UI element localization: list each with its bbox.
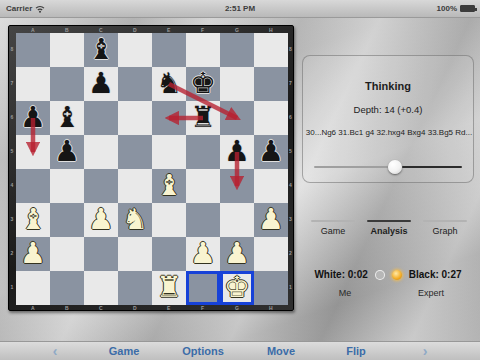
square-a2[interactable]: ♟ — [16, 237, 50, 271]
square-d3[interactable]: ♞ — [118, 203, 152, 237]
square-h8[interactable] — [254, 33, 288, 67]
battery-percent: 100% — [437, 4, 457, 13]
coord-rank-right-6: 6 — [289, 114, 292, 120]
square-b2[interactable] — [50, 237, 84, 271]
piece-white-pawn-h3[interactable]: ♟ — [254, 203, 288, 237]
square-d5[interactable] — [118, 135, 152, 169]
coord-file-top-D: D — [133, 27, 137, 33]
coord-rank-right-4: 4 — [289, 182, 292, 188]
piece-white-knight-d3[interactable]: ♞ — [118, 203, 152, 237]
square-e4[interactable]: ♝ — [152, 169, 186, 203]
square-d2[interactable] — [118, 237, 152, 271]
tab-graph[interactable]: Graph — [417, 220, 473, 236]
piece-black-knight-e7[interactable]: ♞ — [152, 67, 186, 101]
coord-file-bottom-D: D — [133, 305, 137, 311]
square-e8[interactable] — [152, 33, 186, 67]
coord-rank-right-2: 2 — [289, 250, 292, 256]
piece-black-pawn-h5[interactable]: ♟ — [254, 135, 288, 169]
tab-analysis-indicator — [367, 220, 411, 222]
thinking-title: Thinking — [303, 80, 473, 92]
piece-black-pawn-g5[interactable]: ♟ — [220, 135, 254, 169]
square-f5[interactable] — [186, 135, 220, 169]
coord-rank-left-5: 5 — [11, 148, 14, 154]
battery-icon — [460, 5, 475, 12]
square-h7[interactable] — [254, 67, 288, 101]
slider-thumb[interactable] — [388, 160, 402, 174]
tab-game[interactable]: Game — [305, 220, 361, 236]
coord-rank-left-4: 4 — [11, 182, 14, 188]
tab-graph-label: Graph — [417, 226, 473, 236]
square-c7[interactable]: ♟ — [84, 67, 118, 101]
square-e3[interactable] — [152, 203, 186, 237]
square-h3[interactable]: ♟ — [254, 203, 288, 237]
players-row: Me Expert — [302, 288, 474, 298]
square-c4[interactable] — [84, 169, 118, 203]
tab-game-indicator — [311, 220, 355, 222]
coord-rank-left-7: 7 — [11, 80, 14, 86]
black-player-name: Expert — [388, 288, 474, 298]
black-turn-lamp-icon — [392, 270, 402, 280]
piece-black-bishop-b6[interactable]: ♝ — [50, 101, 84, 135]
square-a8[interactable] — [16, 33, 50, 67]
coord-rank-left-6: 6 — [11, 114, 14, 120]
panel-tabs: Game Analysis Graph — [305, 220, 473, 236]
coord-rank-right-1: 1 — [289, 284, 292, 290]
coord-rank-right-3: 3 — [289, 216, 292, 222]
square-g8[interactable] — [220, 33, 254, 67]
square-d6[interactable] — [118, 101, 152, 135]
piece-black-pawn-c7[interactable]: ♟ — [84, 67, 118, 101]
square-d7[interactable] — [118, 67, 152, 101]
engine-depth-eval: Depth: 14 (+0.4) — [303, 104, 473, 115]
game-button[interactable]: Game — [109, 345, 140, 357]
square-b6[interactable]: ♝ — [50, 101, 84, 135]
square-a4[interactable] — [16, 169, 50, 203]
bottom-toolbar: ‹ Game Options Move Flip › — [0, 341, 480, 360]
status-bar: Carrier 2:51 PM 100% — [0, 0, 480, 18]
square-b1[interactable] — [50, 271, 84, 305]
square-a5[interactable] — [16, 135, 50, 169]
white-turn-lamp-icon — [375, 270, 385, 280]
square-b4[interactable] — [50, 169, 84, 203]
coord-file-bottom-A: A — [31, 305, 35, 311]
coord-rank-right-5: 5 — [289, 148, 292, 154]
coord-file-bottom-F: F — [201, 305, 204, 311]
chess-board: ♝♟♞♚♟♝♜♟♟♟♝♝♟♞♟♟♟♟♜♚ ABCDEFGHABCDEFGH876… — [8, 25, 294, 311]
square-b8[interactable] — [50, 33, 84, 67]
square-a6[interactable]: ♟ — [16, 101, 50, 135]
square-g1[interactable]: ♚ — [220, 271, 254, 305]
piece-black-pawn-b5[interactable]: ♟ — [50, 135, 84, 169]
square-h1[interactable] — [254, 271, 288, 305]
square-h4[interactable] — [254, 169, 288, 203]
coord-file-bottom-G: G — [235, 305, 239, 311]
coord-file-bottom-E: E — [167, 305, 170, 311]
coord-rank-left-2: 2 — [11, 250, 14, 256]
square-g3[interactable] — [220, 203, 254, 237]
tab-analysis-label: Analysis — [361, 226, 417, 236]
square-e7[interactable]: ♞ — [152, 67, 186, 101]
board-grid: ♝♟♞♚♟♝♜♟♟♟♝♝♟♞♟♟♟♟♜♚ — [16, 33, 288, 305]
square-g2[interactable]: ♟ — [220, 237, 254, 271]
square-c6[interactable] — [84, 101, 118, 135]
coord-file-bottom-H: H — [269, 305, 273, 311]
coord-rank-left-3: 3 — [11, 216, 14, 222]
square-d8[interactable] — [118, 33, 152, 67]
slider-track-left[interactable] — [314, 166, 388, 168]
square-d1[interactable] — [118, 271, 152, 305]
white-player-name: Me — [302, 288, 388, 298]
piece-white-king-g1[interactable]: ♚ — [220, 271, 254, 305]
square-a1[interactable] — [16, 271, 50, 305]
coord-rank-right-7: 7 — [289, 80, 292, 86]
prev-chevron-icon[interactable]: ‹ — [53, 343, 58, 359]
coord-file-top-C: C — [99, 27, 103, 33]
coord-file-top-A: A — [31, 27, 35, 33]
clock-time: 2:51 PM — [0, 4, 480, 13]
piece-white-rook-e1[interactable]: ♜ — [152, 271, 186, 305]
square-e6[interactable] — [152, 101, 186, 135]
coord-rank-left-1: 1 — [11, 284, 14, 290]
coord-file-bottom-C: C — [99, 305, 103, 311]
piece-white-bishop-e4[interactable]: ♝ — [152, 169, 186, 203]
square-g7[interactable] — [220, 67, 254, 101]
square-c8[interactable]: ♝ — [84, 33, 118, 67]
square-c2[interactable] — [84, 237, 118, 271]
square-f7[interactable]: ♚ — [186, 67, 220, 101]
square-g5[interactable]: ♟ — [220, 135, 254, 169]
slider-track-right[interactable] — [402, 166, 462, 168]
square-f1[interactable] — [186, 271, 220, 305]
square-f4[interactable] — [186, 169, 220, 203]
square-g4[interactable] — [220, 169, 254, 203]
black-clock: Black: 0:27 — [409, 269, 462, 280]
piece-white-bishop-a3[interactable]: ♝ — [16, 203, 50, 237]
tab-analysis[interactable]: Analysis — [361, 220, 417, 236]
next-chevron-icon[interactable]: › — [423, 343, 428, 359]
coord-rank-right-8: 8 — [289, 46, 292, 52]
square-e1[interactable]: ♜ — [152, 271, 186, 305]
piece-white-pawn-c3[interactable]: ♟ — [84, 203, 118, 237]
piece-white-pawn-a2[interactable]: ♟ — [16, 237, 50, 271]
square-h5[interactable]: ♟ — [254, 135, 288, 169]
move-button[interactable]: Move — [267, 345, 295, 357]
coord-rank-left-8: 8 — [11, 46, 14, 52]
square-f3[interactable] — [186, 203, 220, 237]
square-b7[interactable] — [50, 67, 84, 101]
square-c1[interactable] — [84, 271, 118, 305]
square-c5[interactable] — [84, 135, 118, 169]
square-h2[interactable] — [254, 237, 288, 271]
coord-file-bottom-B: B — [65, 305, 69, 311]
options-button[interactable]: Options — [182, 345, 224, 357]
white-clock: White: 0:02 — [314, 269, 367, 280]
piece-black-bishop-c8[interactable]: ♝ — [84, 33, 118, 67]
coord-file-top-B: B — [65, 27, 69, 33]
tab-graph-indicator — [423, 220, 467, 222]
engine-principal-variation: 30...Ng6 31.Bc1 g4 32.hxg4 Bxg4 33.Bg5 R… — [297, 128, 480, 137]
thinking-panel: Thinking Depth: 14 (+0.4) 30...Ng6 31.Bc… — [302, 55, 474, 183]
strength-slider[interactable] — [314, 160, 462, 174]
piece-white-pawn-g2[interactable]: ♟ — [220, 237, 254, 271]
piece-black-king-f7[interactable]: ♚ — [186, 67, 220, 101]
flip-button[interactable]: Flip — [346, 345, 366, 357]
square-d4[interactable] — [118, 169, 152, 203]
square-f8[interactable] — [186, 33, 220, 67]
square-h6[interactable] — [254, 101, 288, 135]
square-b3[interactable] — [50, 203, 84, 237]
square-e2[interactable] — [152, 237, 186, 271]
square-f2[interactable]: ♟ — [186, 237, 220, 271]
square-a7[interactable] — [16, 67, 50, 101]
square-e5[interactable] — [152, 135, 186, 169]
square-c3[interactable]: ♟ — [84, 203, 118, 237]
coord-file-top-F: F — [201, 27, 204, 33]
square-g6[interactable] — [220, 101, 254, 135]
piece-white-pawn-f2[interactable]: ♟ — [186, 237, 220, 271]
clocks-row: White: 0:02 Black: 0:27 — [302, 269, 474, 280]
coord-file-top-G: G — [235, 27, 239, 33]
coord-file-top-H: H — [269, 27, 273, 33]
square-a3[interactable]: ♝ — [16, 203, 50, 237]
coord-file-top-E: E — [167, 27, 170, 33]
tab-game-label: Game — [305, 226, 361, 236]
piece-black-pawn-a6[interactable]: ♟ — [16, 101, 50, 135]
square-b5[interactable]: ♟ — [50, 135, 84, 169]
piece-black-rook-f6[interactable]: ♜ — [186, 101, 220, 135]
square-f6[interactable]: ♜ — [186, 101, 220, 135]
